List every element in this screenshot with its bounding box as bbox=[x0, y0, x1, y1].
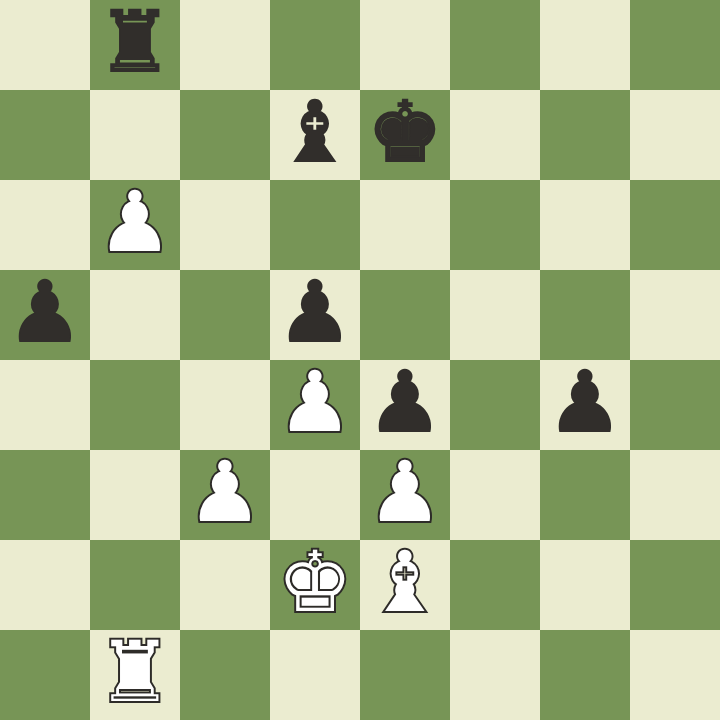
black-pawn[interactable]: ♟ bbox=[7, 267, 82, 357]
square-d7[interactable]: ♝ bbox=[270, 90, 360, 180]
square-b2[interactable] bbox=[90, 540, 180, 630]
white-pawn[interactable]: ♟ bbox=[367, 447, 442, 537]
square-h7[interactable] bbox=[630, 90, 720, 180]
square-b7[interactable] bbox=[90, 90, 180, 180]
square-b1[interactable]: ♜ bbox=[90, 630, 180, 720]
square-a4[interactable] bbox=[0, 360, 90, 450]
square-d5[interactable]: ♟ bbox=[270, 270, 360, 360]
square-c1[interactable] bbox=[180, 630, 270, 720]
white-pawn[interactable]: ♟ bbox=[97, 177, 172, 267]
square-g5[interactable] bbox=[540, 270, 630, 360]
square-e5[interactable] bbox=[360, 270, 450, 360]
square-f8[interactable] bbox=[450, 0, 540, 90]
square-d1[interactable] bbox=[270, 630, 360, 720]
square-e3[interactable]: ♟ bbox=[360, 450, 450, 540]
square-h8[interactable] bbox=[630, 0, 720, 90]
square-f5[interactable] bbox=[450, 270, 540, 360]
square-f3[interactable] bbox=[450, 450, 540, 540]
square-a5[interactable]: ♟ bbox=[0, 270, 90, 360]
square-d4[interactable]: ♟ bbox=[270, 360, 360, 450]
square-e6[interactable] bbox=[360, 180, 450, 270]
square-c6[interactable] bbox=[180, 180, 270, 270]
white-rook[interactable]: ♜ bbox=[97, 627, 172, 717]
square-f4[interactable] bbox=[450, 360, 540, 450]
square-c3[interactable]: ♟ bbox=[180, 450, 270, 540]
square-g2[interactable] bbox=[540, 540, 630, 630]
square-d3[interactable] bbox=[270, 450, 360, 540]
square-a1[interactable] bbox=[0, 630, 90, 720]
square-a6[interactable] bbox=[0, 180, 90, 270]
black-rook[interactable]: ♜ bbox=[97, 0, 172, 87]
white-pawn[interactable]: ♟ bbox=[277, 357, 352, 447]
square-c4[interactable] bbox=[180, 360, 270, 450]
square-a3[interactable] bbox=[0, 450, 90, 540]
square-c8[interactable] bbox=[180, 0, 270, 90]
square-f1[interactable] bbox=[450, 630, 540, 720]
square-g3[interactable] bbox=[540, 450, 630, 540]
square-b6[interactable]: ♟ bbox=[90, 180, 180, 270]
square-h2[interactable] bbox=[630, 540, 720, 630]
white-pawn[interactable]: ♟ bbox=[187, 447, 262, 537]
black-bishop[interactable]: ♝ bbox=[277, 87, 352, 177]
square-h6[interactable] bbox=[630, 180, 720, 270]
square-f6[interactable] bbox=[450, 180, 540, 270]
black-pawn[interactable]: ♟ bbox=[547, 357, 622, 447]
square-e1[interactable] bbox=[360, 630, 450, 720]
square-c5[interactable] bbox=[180, 270, 270, 360]
chess-board: ♜♝♚♟♟♟♟♟♟♟♟♚♝♜ bbox=[0, 0, 720, 720]
white-king[interactable]: ♚ bbox=[277, 537, 352, 627]
square-b3[interactable] bbox=[90, 450, 180, 540]
square-b4[interactable] bbox=[90, 360, 180, 450]
square-c2[interactable] bbox=[180, 540, 270, 630]
square-b8[interactable]: ♜ bbox=[90, 0, 180, 90]
square-e4[interactable]: ♟ bbox=[360, 360, 450, 450]
square-f2[interactable] bbox=[450, 540, 540, 630]
square-d2[interactable]: ♚ bbox=[270, 540, 360, 630]
square-h3[interactable] bbox=[630, 450, 720, 540]
square-e8[interactable] bbox=[360, 0, 450, 90]
black-pawn[interactable]: ♟ bbox=[367, 357, 442, 447]
square-h5[interactable] bbox=[630, 270, 720, 360]
square-g8[interactable] bbox=[540, 0, 630, 90]
square-h4[interactable] bbox=[630, 360, 720, 450]
black-pawn[interactable]: ♟ bbox=[277, 267, 352, 357]
white-bishop[interactable]: ♝ bbox=[367, 537, 442, 627]
square-g4[interactable]: ♟ bbox=[540, 360, 630, 450]
square-g6[interactable] bbox=[540, 180, 630, 270]
square-d6[interactable] bbox=[270, 180, 360, 270]
square-e7[interactable]: ♚ bbox=[360, 90, 450, 180]
square-a8[interactable] bbox=[0, 0, 90, 90]
square-h1[interactable] bbox=[630, 630, 720, 720]
square-b5[interactable] bbox=[90, 270, 180, 360]
square-c7[interactable] bbox=[180, 90, 270, 180]
square-d8[interactable] bbox=[270, 0, 360, 90]
square-g7[interactable] bbox=[540, 90, 630, 180]
square-f7[interactable] bbox=[450, 90, 540, 180]
square-g1[interactable] bbox=[540, 630, 630, 720]
square-e2[interactable]: ♝ bbox=[360, 540, 450, 630]
square-a2[interactable] bbox=[0, 540, 90, 630]
black-king[interactable]: ♚ bbox=[367, 87, 442, 177]
square-a7[interactable] bbox=[0, 90, 90, 180]
